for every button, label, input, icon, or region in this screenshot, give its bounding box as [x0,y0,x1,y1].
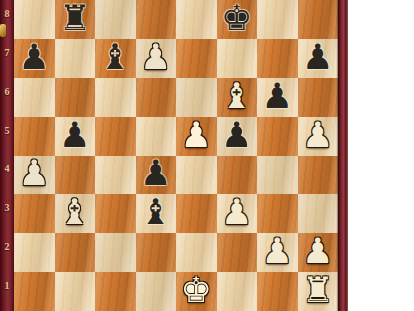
square-g4 [257,156,298,195]
black-pawn-b5: ♟ [59,118,90,153]
square-f8: ♚ [217,0,258,39]
square-d2 [136,233,177,272]
black-rook-b8: ♜ [59,1,90,36]
black-pawn-d4: ♟ [140,156,171,191]
white-pawn-a4: ♟ [19,156,50,191]
white-king-e1: ♚ [181,273,212,308]
square-f7 [217,39,258,78]
white-pawn-g2: ♟ [262,234,293,269]
square-a3 [14,194,55,233]
rank-label-2: 2 [0,227,14,266]
black-king-f8: ♚ [221,1,252,36]
black-pawn-f5: ♟ [221,118,252,153]
square-g3 [257,194,298,233]
square-a2 [14,233,55,272]
frame-stud-decoration [0,24,6,37]
chessboard: ♜♚♟♝♟♟♝♟♟♟♟♟♟♟♝♝♟♟♟♚♜ [14,0,338,311]
rank-label-3: 3 [0,188,14,227]
white-rook-h1: ♜ [302,273,333,308]
chess-diagram: 87654321 ♜♚♟♝♟♟♝♟♟♟♟♟♟♟♝♝♟♟♟♚♜ [0,0,414,311]
square-a4: ♟ [14,156,55,195]
square-h2: ♟ [298,233,339,272]
square-f6: ♝ [217,78,258,117]
square-e7 [176,39,217,78]
white-bishop-f6: ♝ [221,79,252,114]
square-c6 [95,78,136,117]
rank-label-4: 4 [0,150,14,189]
rank-label-1: 1 [0,266,14,305]
square-a8 [14,0,55,39]
square-h8 [298,0,339,39]
square-f2 [217,233,258,272]
square-b7 [55,39,96,78]
square-d6 [136,78,177,117]
square-h4 [298,156,339,195]
square-a1 [14,272,55,311]
square-e4 [176,156,217,195]
square-c8 [95,0,136,39]
square-e1: ♚ [176,272,217,311]
square-d7: ♟ [136,39,177,78]
square-f5: ♟ [217,117,258,156]
white-pawn-e5: ♟ [181,118,212,153]
black-bishop-d3: ♝ [140,195,171,230]
square-g5 [257,117,298,156]
square-h3 [298,194,339,233]
square-c5 [95,117,136,156]
square-f3: ♟ [217,194,258,233]
square-g1 [257,272,298,311]
white-pawn-f3: ♟ [221,195,252,230]
square-c7: ♝ [95,39,136,78]
square-d8 [136,0,177,39]
board-right-frame [338,0,348,311]
square-f4 [217,156,258,195]
square-b1 [55,272,96,311]
square-b2 [55,233,96,272]
square-c4 [95,156,136,195]
white-pawn-h2: ♟ [302,234,333,269]
square-h1: ♜ [298,272,339,311]
square-b5: ♟ [55,117,96,156]
white-bishop-b3: ♝ [59,195,90,230]
square-a7: ♟ [14,39,55,78]
square-d4: ♟ [136,156,177,195]
black-pawn-a7: ♟ [19,40,50,75]
square-b8: ♜ [55,0,96,39]
rank-label-7: 7 [0,33,14,72]
square-h6 [298,78,339,117]
square-g2: ♟ [257,233,298,272]
black-pawn-h7: ♟ [302,40,333,75]
square-g6: ♟ [257,78,298,117]
square-c3 [95,194,136,233]
black-bishop-c7: ♝ [100,40,131,75]
square-d5 [136,117,177,156]
square-e8 [176,0,217,39]
square-b6 [55,78,96,117]
square-h7: ♟ [298,39,339,78]
rank-label-strip: 87654321 [0,0,14,311]
square-b3: ♝ [55,194,96,233]
square-d1 [136,272,177,311]
white-pawn-h5: ♟ [302,118,333,153]
square-e6 [176,78,217,117]
square-e5: ♟ [176,117,217,156]
black-pawn-g6: ♟ [262,79,293,114]
square-b4 [55,156,96,195]
square-c1 [95,272,136,311]
square-c2 [95,233,136,272]
square-a6 [14,78,55,117]
square-a5 [14,117,55,156]
square-e2 [176,233,217,272]
rank-label-5: 5 [0,111,14,150]
white-pawn-d7: ♟ [140,40,171,75]
square-d3: ♝ [136,194,177,233]
page-background [348,0,414,311]
rank-label-6: 6 [0,72,14,111]
square-f1 [217,272,258,311]
square-h5: ♟ [298,117,339,156]
square-g8 [257,0,298,39]
square-g7 [257,39,298,78]
square-e3 [176,194,217,233]
